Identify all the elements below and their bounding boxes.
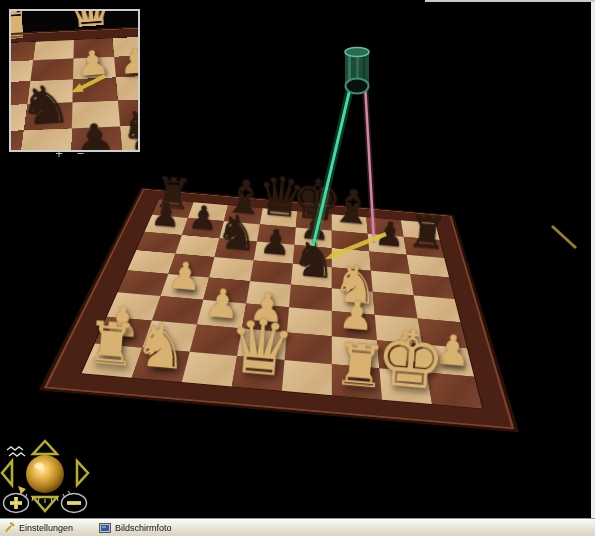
square-d1[interactable]: ♛ [232,356,285,391]
piece-bN-e5[interactable]: ♞ [289,233,338,287]
piece-bP-g7[interactable]: ♟ [373,217,405,252]
zoom-plus-button[interactable] [4,494,29,513]
inset-zoom-out-button[interactable]: − [72,146,90,161]
window-top-edge [425,0,595,2]
screenshot-label: Bildschirmfoto [115,523,172,533]
camera-nav-widget [0,436,110,526]
inset-chess-board: ♜♝♛♚♝♟♟♟♟♜♞♟♞♟♞♟♟♟♟♟♟♜♞♛♜♚ [9,21,140,152]
piece-bP-d6[interactable]: ♟ [258,225,292,262]
dial-pointer [18,486,26,494]
square-g1[interactable]: ♚ [379,368,432,404]
wrench-icon [4,522,15,533]
square-a4[interactable] [118,270,169,296]
square-d3[interactable]: ♟ [72,77,117,102]
piece-wQ-d1[interactable]: ♛ [63,9,119,43]
detail-inset-view[interactable]: ♜♝♛♚♝♟♟♟♟♜♞♟♞♟♞♟♟♟♟♟♟♜♞♛♜♚ [9,9,140,152]
square-c5[interactable] [209,257,253,281]
settings-label: Einstellungen [19,523,73,533]
board-grid: ♜♝♛♚♝♟♟♟♟♜♞♟♞♟♞♟♟♟♟♟♟♜♞♛♜♚ [80,199,483,410]
inset-zoom-in-button[interactable]: + [50,146,68,161]
chess-board[interactable]: ♜♝♛♚♝♟♟♟♟♜♞♟♞♟♞♟♟♟♟♟♟♜♞♛♜♚ [39,188,519,433]
inset-zoom-controls: + − [50,146,90,161]
screenshot-icon [99,523,111,533]
piece-wQ-d1[interactable]: ♛ [224,307,298,388]
piece-bP-b7[interactable]: ♟ [187,201,219,236]
trackball[interactable] [26,455,64,493]
rotate-left-button[interactable] [2,461,12,485]
square-d5[interactable] [250,260,293,284]
piece-bN-e5[interactable]: ♞ [18,78,74,134]
piece-wK-g1[interactable]: ♚ [372,318,448,402]
square-e1[interactable] [33,40,74,60]
zoom-minus-button[interactable] [62,494,87,513]
inset-board-grid: ♜♝♛♚♝♟♟♟♟♜♞♟♞♟♞♟♟♟♟♟♟♜♞♛♜♚ [9,32,140,152]
piece-bR-h7[interactable]: ♜ [405,209,448,256]
piece-wN-b1[interactable]: ♞ [130,314,190,379]
window-right-edge [591,0,595,536]
piece-bN-c6[interactable]: ♞ [213,207,260,258]
settings-button[interactable]: Einstellungen [4,522,73,533]
piece-bP-a7[interactable]: ♟ [149,198,181,233]
ripple-icon[interactable] [7,447,25,456]
bottom-toolbar: Einstellungen Bildschirmfoto [0,518,595,536]
piece-wR-a1[interactable]: ♜ [82,312,139,375]
board-frame: ♜♝♛♚♝♟♟♟♟♜♞♟♞♟♞♟♟♟♟♟♟♜♞♛♜♚ [39,188,519,433]
rotate-up-button[interactable] [33,441,57,454]
square-b1[interactable]: ♞ [132,348,190,382]
chess-3d-window: ♜♝♛♚♝♟♟♟♟♜♞♟♞♟♞♟♟♟♟♟♟♜♞♛♜♚ [0,0,595,536]
piece-wP-b4[interactable]: ♟ [166,257,203,297]
piece-wP-c3[interactable]: ♟ [118,44,140,80]
rotate-right-button[interactable] [77,461,88,485]
piece-bB-f8[interactable]: ♝ [329,181,375,232]
screenshot-button[interactable]: Bildschirmfoto [99,523,172,533]
square-h6[interactable] [407,255,449,278]
piece-wR-f1[interactable]: ♜ [9,9,36,46]
piece-wP-d3[interactable]: ♟ [75,46,111,82]
square-a6[interactable] [136,232,182,254]
